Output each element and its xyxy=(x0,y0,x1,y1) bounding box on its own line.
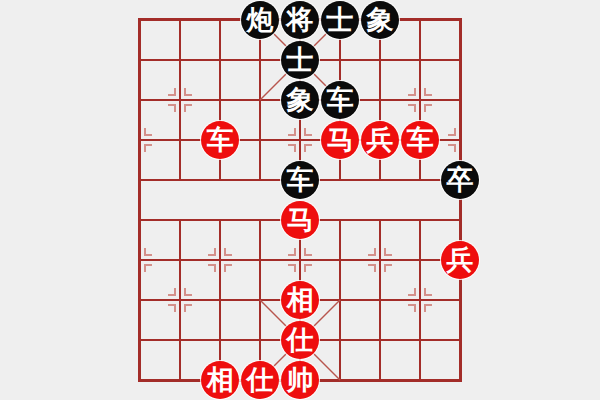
point-marker xyxy=(288,128,296,136)
point-marker xyxy=(368,264,376,272)
piece-red-elephant[interactable]: 相 xyxy=(201,361,239,399)
point-marker xyxy=(384,248,392,256)
piece-red-chariot[interactable]: 车 xyxy=(201,121,239,159)
piece-red-general[interactable]: 帅 xyxy=(281,361,319,399)
point-marker xyxy=(144,264,152,272)
piece-red-soldier[interactable]: 兵 xyxy=(361,121,399,159)
point-marker xyxy=(304,128,312,136)
point-marker xyxy=(304,264,312,272)
point-marker xyxy=(424,288,432,296)
piece-black-soldier[interactable]: 卒 xyxy=(441,161,479,199)
point-marker xyxy=(368,248,376,256)
point-marker xyxy=(424,104,432,112)
piece-red-horse[interactable]: 马 xyxy=(281,201,319,239)
point-marker xyxy=(144,144,152,152)
point-marker xyxy=(168,288,176,296)
point-marker xyxy=(448,144,456,152)
piece-black-elephant[interactable]: 象 xyxy=(361,1,399,39)
point-marker xyxy=(168,304,176,312)
piece-black-chariot[interactable]: 车 xyxy=(281,161,319,199)
point-marker xyxy=(208,264,216,272)
point-marker xyxy=(408,88,416,96)
point-marker xyxy=(224,264,232,272)
piece-black-advisor[interactable]: 士 xyxy=(281,41,319,79)
point-marker xyxy=(408,104,416,112)
point-marker xyxy=(448,128,456,136)
point-marker xyxy=(384,264,392,272)
piece-red-advisor[interactable]: 仕 xyxy=(281,321,319,359)
point-marker xyxy=(408,288,416,296)
point-marker xyxy=(184,304,192,312)
point-marker xyxy=(288,248,296,256)
point-marker xyxy=(168,104,176,112)
piece-black-chariot[interactable]: 车 xyxy=(321,81,359,119)
point-marker xyxy=(224,248,232,256)
piece-red-advisor[interactable]: 仕 xyxy=(241,361,279,399)
point-marker xyxy=(208,248,216,256)
point-marker xyxy=(184,104,192,112)
piece-black-advisor[interactable]: 士 xyxy=(321,1,359,39)
point-marker xyxy=(424,88,432,96)
point-marker xyxy=(424,304,432,312)
point-marker xyxy=(168,88,176,96)
xiangqi-board: 炮将士象士象车车马兵车车卒马兵相仕相仕帅 xyxy=(140,20,460,380)
point-marker xyxy=(144,128,152,136)
piece-black-general[interactable]: 将 xyxy=(281,1,319,39)
point-marker xyxy=(184,288,192,296)
point-marker xyxy=(408,304,416,312)
piece-red-elephant[interactable]: 相 xyxy=(281,281,319,319)
xiangqi-diagram: 炮将士象士象车车马兵车车卒马兵相仕相仕帅 xyxy=(0,0,600,400)
point-marker xyxy=(288,144,296,152)
piece-black-cannon[interactable]: 炮 xyxy=(241,1,279,39)
point-marker xyxy=(288,264,296,272)
piece-red-chariot[interactable]: 车 xyxy=(401,121,439,159)
piece-red-horse[interactable]: 马 xyxy=(321,121,359,159)
point-marker xyxy=(304,144,312,152)
point-marker xyxy=(304,248,312,256)
piece-black-elephant[interactable]: 象 xyxy=(281,81,319,119)
point-marker xyxy=(184,88,192,96)
piece-red-soldier[interactable]: 兵 xyxy=(441,241,479,279)
point-marker xyxy=(144,248,152,256)
